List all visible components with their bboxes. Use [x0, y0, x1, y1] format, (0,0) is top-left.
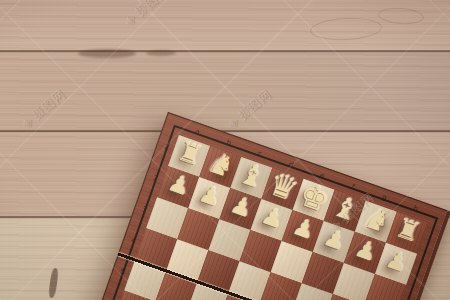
photo-stage: abcdefgh12345678 ♜♞♝♛♚♝♞♜♟♟♟♟♟♟♟♟ ◈摄图网 ◈…: [0, 0, 450, 300]
